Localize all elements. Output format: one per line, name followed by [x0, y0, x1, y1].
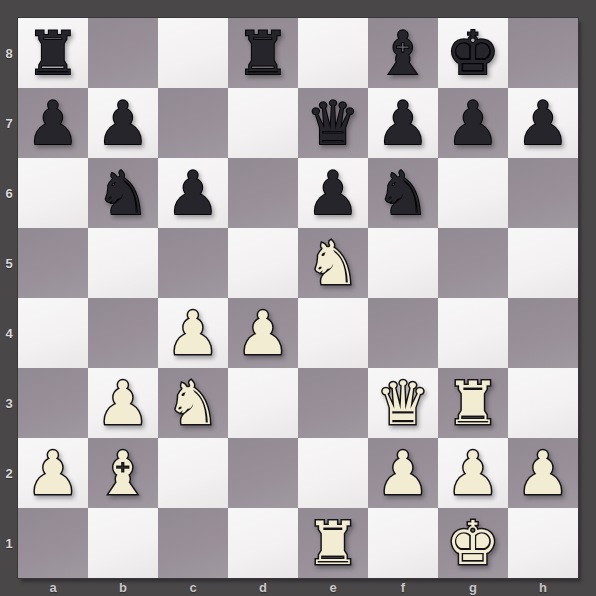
- white-pawn[interactable]: ♟: [96, 373, 150, 433]
- square-h1[interactable]: [508, 508, 578, 578]
- square-h2[interactable]: ♟: [508, 438, 578, 508]
- square-f2[interactable]: ♟: [368, 438, 438, 508]
- square-c4[interactable]: ♟: [158, 298, 228, 368]
- square-d3[interactable]: [228, 368, 298, 438]
- file-label-a: a: [18, 578, 88, 596]
- square-h4[interactable]: [508, 298, 578, 368]
- white-king[interactable]: ♚: [446, 513, 500, 573]
- black-rook[interactable]: ♜: [236, 23, 290, 83]
- square-e4[interactable]: [298, 298, 368, 368]
- rank-label-8: 8: [0, 18, 18, 88]
- square-a6[interactable]: [18, 158, 88, 228]
- square-g1[interactable]: ♚: [438, 508, 508, 578]
- rank-label-3: 3: [0, 368, 18, 438]
- square-f4[interactable]: [368, 298, 438, 368]
- file-label-b: b: [88, 578, 158, 596]
- white-pawn[interactable]: ♟: [26, 443, 80, 503]
- square-g7[interactable]: ♟: [438, 88, 508, 158]
- square-g4[interactable]: [438, 298, 508, 368]
- white-pawn[interactable]: ♟: [236, 303, 290, 363]
- rank-label-1: 1: [0, 508, 18, 578]
- square-f3[interactable]: ♛: [368, 368, 438, 438]
- rank-label-5: 5: [0, 228, 18, 298]
- square-a7[interactable]: ♟: [18, 88, 88, 158]
- file-labels: abcdefgh: [18, 578, 578, 596]
- black-pawn[interactable]: ♟: [96, 93, 150, 153]
- chess-board[interactable]: ♜♜♝♚♟♟♛♟♟♟♞♟♟♞♞♟♟♟♞♛♜♟♝♟♟♟♜♚: [18, 18, 578, 578]
- square-c3[interactable]: ♞: [158, 368, 228, 438]
- square-d4[interactable]: ♟: [228, 298, 298, 368]
- file-label-f: f: [368, 578, 438, 596]
- black-pawn[interactable]: ♟: [376, 93, 430, 153]
- black-knight[interactable]: ♞: [376, 163, 430, 223]
- square-d1[interactable]: [228, 508, 298, 578]
- square-f7[interactable]: ♟: [368, 88, 438, 158]
- file-label-h: h: [508, 578, 578, 596]
- white-rook[interactable]: ♜: [446, 373, 500, 433]
- black-king[interactable]: ♚: [446, 23, 500, 83]
- square-g3[interactable]: ♜: [438, 368, 508, 438]
- square-b7[interactable]: ♟: [88, 88, 158, 158]
- square-f8[interactable]: ♝: [368, 18, 438, 88]
- rank-label-6: 6: [0, 158, 18, 228]
- black-bishop[interactable]: ♝: [376, 23, 430, 83]
- square-e3[interactable]: [298, 368, 368, 438]
- square-b1[interactable]: [88, 508, 158, 578]
- square-e7[interactable]: ♛: [298, 88, 368, 158]
- white-pawn[interactable]: ♟: [166, 303, 220, 363]
- square-c8[interactable]: [158, 18, 228, 88]
- rank-labels: 87654321: [0, 18, 18, 578]
- white-pawn[interactable]: ♟: [516, 443, 570, 503]
- square-h6[interactable]: [508, 158, 578, 228]
- square-d5[interactable]: [228, 228, 298, 298]
- square-e6[interactable]: ♟: [298, 158, 368, 228]
- square-b2[interactable]: ♝: [88, 438, 158, 508]
- square-a4[interactable]: [18, 298, 88, 368]
- black-pawn[interactable]: ♟: [446, 93, 500, 153]
- square-a8[interactable]: ♜: [18, 18, 88, 88]
- square-c7[interactable]: [158, 88, 228, 158]
- white-pawn[interactable]: ♟: [376, 443, 430, 503]
- square-f5[interactable]: [368, 228, 438, 298]
- black-pawn[interactable]: ♟: [26, 93, 80, 153]
- rank-label-2: 2: [0, 438, 18, 508]
- white-bishop[interactable]: ♝: [96, 443, 150, 503]
- square-e5[interactable]: ♞: [298, 228, 368, 298]
- square-g2[interactable]: ♟: [438, 438, 508, 508]
- square-a3[interactable]: [18, 368, 88, 438]
- rank-label-4: 4: [0, 298, 18, 368]
- white-pawn[interactable]: ♟: [446, 443, 500, 503]
- square-g8[interactable]: ♚: [438, 18, 508, 88]
- white-queen[interactable]: ♛: [376, 373, 430, 433]
- black-pawn[interactable]: ♟: [306, 163, 360, 223]
- file-label-c: c: [158, 578, 228, 596]
- square-c1[interactable]: [158, 508, 228, 578]
- square-d7[interactable]: [228, 88, 298, 158]
- square-b6[interactable]: ♞: [88, 158, 158, 228]
- square-h5[interactable]: [508, 228, 578, 298]
- square-d2[interactable]: [228, 438, 298, 508]
- white-knight[interactable]: ♞: [306, 233, 360, 293]
- black-rook[interactable]: ♜: [26, 23, 80, 83]
- square-d8[interactable]: ♜: [228, 18, 298, 88]
- chess-board-frame: 87654321 ♜♜♝♚♟♟♛♟♟♟♞♟♟♞♞♟♟♟♞♛♜♟♝♟♟♟♜♚ ab…: [0, 0, 596, 596]
- black-pawn[interactable]: ♟: [516, 93, 570, 153]
- square-e1[interactable]: ♜: [298, 508, 368, 578]
- square-h8[interactable]: [508, 18, 578, 88]
- rank-label-7: 7: [0, 88, 18, 158]
- square-d6[interactable]: [228, 158, 298, 228]
- square-a2[interactable]: ♟: [18, 438, 88, 508]
- square-h3[interactable]: [508, 368, 578, 438]
- square-b8[interactable]: [88, 18, 158, 88]
- square-h7[interactable]: ♟: [508, 88, 578, 158]
- square-c5[interactable]: [158, 228, 228, 298]
- square-c6[interactable]: ♟: [158, 158, 228, 228]
- white-knight[interactable]: ♞: [166, 373, 220, 433]
- black-knight[interactable]: ♞: [96, 163, 150, 223]
- square-g5[interactable]: [438, 228, 508, 298]
- square-e2[interactable]: [298, 438, 368, 508]
- square-f6[interactable]: ♞: [368, 158, 438, 228]
- square-a1[interactable]: [18, 508, 88, 578]
- white-rook[interactable]: ♜: [306, 513, 360, 573]
- square-c2[interactable]: [158, 438, 228, 508]
- file-label-d: d: [228, 578, 298, 596]
- black-queen[interactable]: ♛: [306, 93, 360, 153]
- square-g6[interactable]: [438, 158, 508, 228]
- square-b4[interactable]: [88, 298, 158, 368]
- square-f1[interactable]: [368, 508, 438, 578]
- square-e8[interactable]: [298, 18, 368, 88]
- black-pawn[interactable]: ♟: [166, 163, 220, 223]
- file-label-g: g: [438, 578, 508, 596]
- square-a5[interactable]: [18, 228, 88, 298]
- square-b5[interactable]: [88, 228, 158, 298]
- file-label-e: e: [298, 578, 368, 596]
- square-b3[interactable]: ♟: [88, 368, 158, 438]
